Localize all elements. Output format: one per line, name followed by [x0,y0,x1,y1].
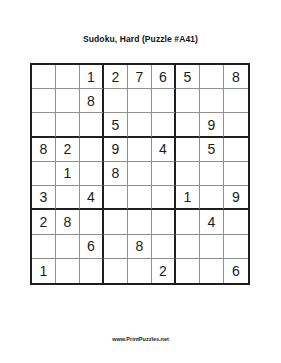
cell-r8c4-empty[interactable] [104,235,128,259]
puzzle-page: Sudoku, Hard (Puzzle #A41) 1276588598294… [0,0,281,363]
cell-r7c9-empty[interactable] [224,210,248,234]
cell-r1c9-given: 8 [224,65,248,89]
page-title: Sudoku, Hard (Puzzle #A41) [0,34,281,44]
cell-r6c7-given: 1 [176,186,200,210]
cell-r1c5-given: 7 [128,65,152,89]
cell-r6c9-given: 9 [224,186,248,210]
cell-r1c2-empty[interactable] [56,65,80,89]
cell-r5c7-empty[interactable] [176,162,200,186]
cell-r4c5-empty[interactable] [128,138,152,162]
cell-r6c1-given: 3 [32,186,56,210]
cell-r9c4-empty[interactable] [104,259,128,283]
cell-r1c1-empty[interactable] [32,65,56,89]
cell-r5c5-empty[interactable] [128,162,152,186]
cell-r4c8-given: 5 [200,138,224,162]
cell-r8c3-given: 6 [80,235,104,259]
cell-r3c3-empty[interactable] [80,113,104,137]
cell-r1c6-given: 6 [152,65,176,89]
cell-r6c5-empty[interactable] [128,186,152,210]
footer-site-url: www.PrintPuzzles.net [0,336,281,342]
cell-r5c4-given: 8 [104,162,128,186]
cell-r7c8-given: 4 [200,210,224,234]
cell-r4c2-given: 2 [56,138,80,162]
cell-r4c7-empty[interactable] [176,138,200,162]
cell-r7c2-given: 8 [56,210,80,234]
cell-r7c3-empty[interactable] [80,210,104,234]
cell-r2c2-empty[interactable] [56,89,80,113]
cell-r7c1-given: 2 [32,210,56,234]
cell-r9c6-given: 2 [152,259,176,283]
cell-r4c4-given: 9 [104,138,128,162]
cell-r1c8-empty[interactable] [200,65,224,89]
cell-r3c7-empty[interactable] [176,113,200,137]
cell-r8c5-given: 8 [128,235,152,259]
cell-r3c2-empty[interactable] [56,113,80,137]
sudoku-board: 1276588598294518341928468126 [30,63,250,285]
cell-r3c9-empty[interactable] [224,113,248,137]
cell-r9c1-given: 1 [32,259,56,283]
cell-r1c7-given: 5 [176,65,200,89]
cell-r8c6-empty[interactable] [152,235,176,259]
cell-r6c4-empty[interactable] [104,186,128,210]
cell-r2c9-empty[interactable] [224,89,248,113]
cell-r4c6-given: 4 [152,138,176,162]
cell-r2c4-empty[interactable] [104,89,128,113]
cell-r9c7-empty[interactable] [176,259,200,283]
cell-r7c6-empty[interactable] [152,210,176,234]
cell-r5c9-empty[interactable] [224,162,248,186]
cell-r9c9-given: 6 [224,259,248,283]
cell-r5c6-empty[interactable] [152,162,176,186]
cell-r1c3-given: 1 [80,65,104,89]
cell-r2c3-given: 8 [80,89,104,113]
cell-r4c9-empty[interactable] [224,138,248,162]
cell-r5c8-empty[interactable] [200,162,224,186]
cell-r2c7-empty[interactable] [176,89,200,113]
cell-r6c3-given: 4 [80,186,104,210]
cell-r5c3-empty[interactable] [80,162,104,186]
cell-r5c2-given: 1 [56,162,80,186]
cell-r8c9-empty[interactable] [224,235,248,259]
cell-r7c7-empty[interactable] [176,210,200,234]
cell-r6c8-empty[interactable] [200,186,224,210]
cell-r6c2-empty[interactable] [56,186,80,210]
cell-r3c8-given: 9 [200,113,224,137]
cell-r3c6-empty[interactable] [152,113,176,137]
cell-r2c6-empty[interactable] [152,89,176,113]
cell-r9c2-empty[interactable] [56,259,80,283]
cell-r8c8-empty[interactable] [200,235,224,259]
cell-r2c5-empty[interactable] [128,89,152,113]
cell-r5c1-empty[interactable] [32,162,56,186]
cell-r6c6-empty[interactable] [152,186,176,210]
cell-r9c3-empty[interactable] [80,259,104,283]
cell-r1c4-given: 2 [104,65,128,89]
cell-r7c4-empty[interactable] [104,210,128,234]
cell-r4c3-empty[interactable] [80,138,104,162]
cell-r7c5-empty[interactable] [128,210,152,234]
cell-r3c1-empty[interactable] [32,113,56,137]
cell-r2c8-empty[interactable] [200,89,224,113]
cell-r3c5-empty[interactable] [128,113,152,137]
cell-r8c7-empty[interactable] [176,235,200,259]
cell-r9c8-empty[interactable] [200,259,224,283]
cell-r3c4-given: 5 [104,113,128,137]
cell-r4c1-given: 8 [32,138,56,162]
cell-r2c1-empty[interactable] [32,89,56,113]
cell-r8c1-empty[interactable] [32,235,56,259]
cell-r8c2-empty[interactable] [56,235,80,259]
cell-r9c5-empty[interactable] [128,259,152,283]
